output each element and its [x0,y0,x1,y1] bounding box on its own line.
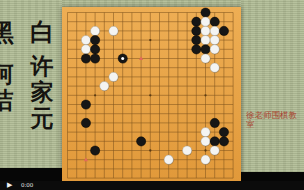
star-point [204,149,206,151]
white-player-name: 许家元 [29,53,55,131]
right-panel: 徐老师围棋教室 [241,0,304,172]
white-stone [109,26,118,35]
black-stone [91,146,100,155]
white-player-column: 白 许家元 [29,19,55,131]
white-stone [210,36,219,45]
mat-top-strip [62,0,241,7]
play-button[interactable]: ▶ [7,181,12,190]
white-stone [164,155,173,164]
white-stone [100,82,109,91]
white-stone [183,146,192,155]
black-stone [210,118,219,127]
left-name-panel: 黑 柯洁 白 许家元 [0,0,65,170]
black-stone [219,137,228,146]
black-stone [192,36,201,45]
white-stone [109,72,118,81]
white-stone [81,45,90,54]
black-stone [201,45,210,54]
black-player-name: 柯洁 [0,61,15,113]
white-stone [210,45,219,54]
white-stone [201,17,210,26]
black-stone [81,100,90,109]
star-point [204,94,206,96]
white-stone [201,137,210,146]
black-stone [137,137,146,146]
black-color-label: 黑 [0,20,15,46]
star-point [149,94,151,96]
white-stone [201,26,210,35]
black-stone [210,17,219,26]
white-stone [201,36,210,45]
star-point [149,39,151,41]
white-stone [201,128,210,137]
black-stone [201,8,210,17]
star-point [149,149,151,151]
black-stone [91,54,100,63]
video-player-bar[interactable] [0,181,304,190]
time-label: 0:00 [21,182,33,189]
white-stone [210,63,219,72]
go-board [62,7,241,181]
classroom-watermark: 徐老师围棋教室 [246,111,304,129]
red-triangle-marker [84,158,88,162]
last-move-marker [121,57,124,60]
black-stone [91,36,100,45]
black-stone [219,26,228,35]
black-stone [192,26,201,35]
black-stone [210,137,219,146]
white-stone [210,26,219,35]
white-stone [201,54,210,63]
black-player-column: 黑 柯洁 [0,20,15,113]
white-stone [201,155,210,164]
black-stone [192,45,201,54]
black-stone [219,128,228,137]
black-stone [81,118,90,127]
red-triangle-marker [139,56,143,60]
black-stone [91,45,100,54]
black-stone [192,17,201,26]
star-point [94,94,96,96]
white-stone [81,36,90,45]
white-stone [210,146,219,155]
white-color-label: 白 [29,19,55,45]
white-stone [91,26,100,35]
video-frame: 黑 柯洁 白 许家元 徐老师围棋教室 ▶ 0:00 [0,0,304,190]
black-stone [81,54,90,63]
